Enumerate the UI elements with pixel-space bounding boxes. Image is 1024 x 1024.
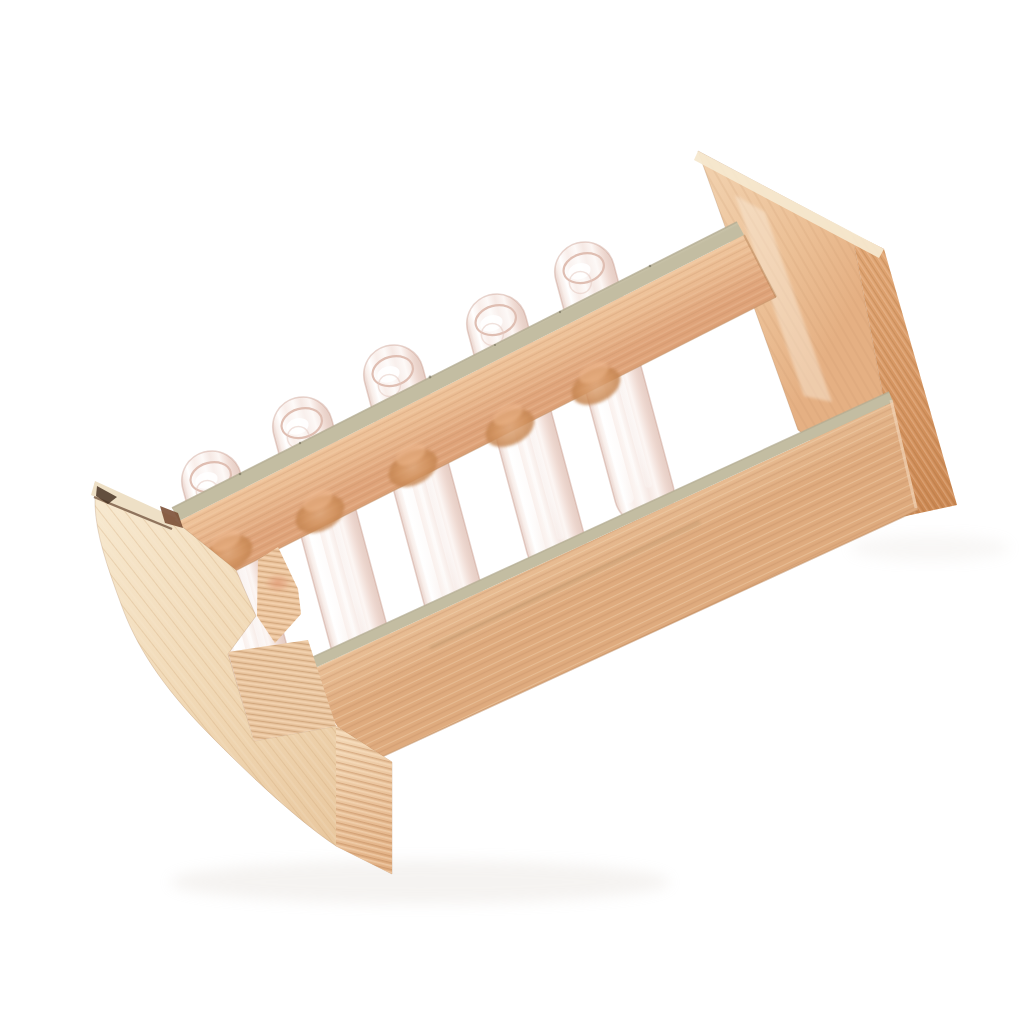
right-plate-shadow — [850, 535, 1010, 561]
foot-shadow — [170, 860, 670, 904]
product-photo — [0, 0, 1024, 1024]
top-rail-left-tab-smudge — [264, 573, 292, 593]
product-photo-canvas — [0, 0, 1024, 1024]
